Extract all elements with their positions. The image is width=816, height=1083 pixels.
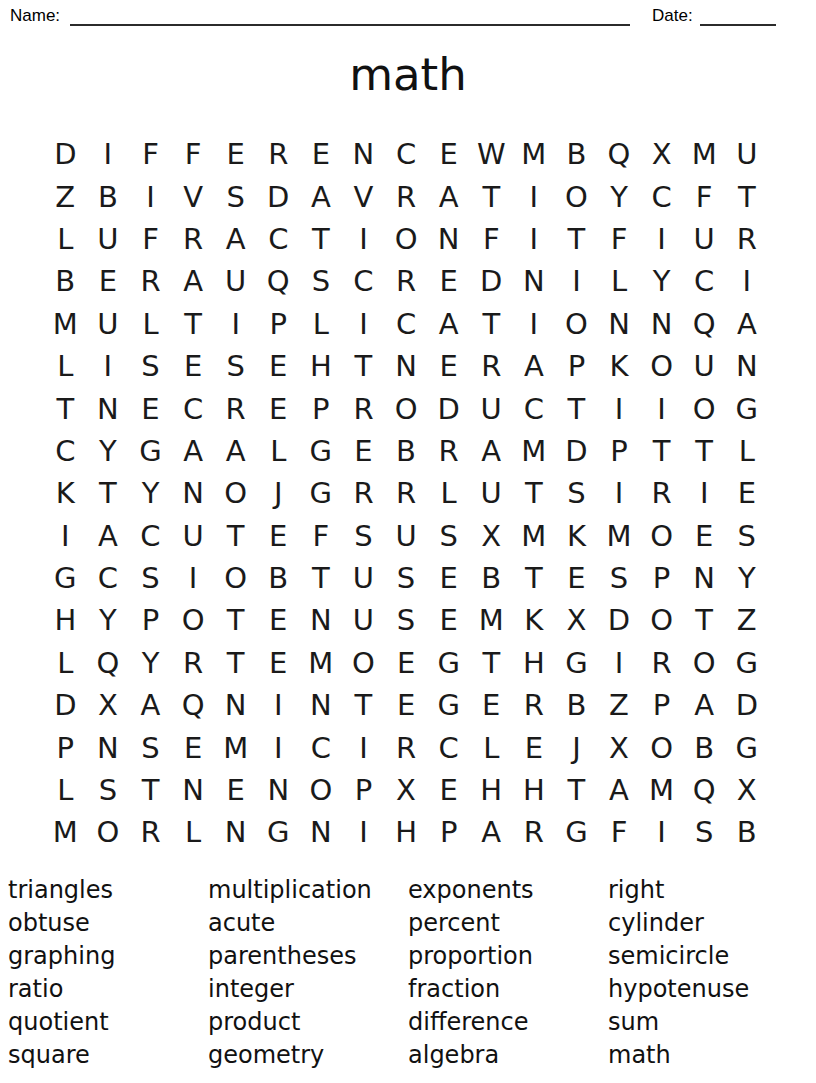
grid-cell-r1c5: E <box>214 133 257 175</box>
grid-cell-r8c4: A <box>172 430 215 472</box>
grid-cell-r5c17: A <box>726 303 769 345</box>
grid-cell-r1c11: W <box>470 133 513 175</box>
grid-cell-r12c4: O <box>172 599 215 641</box>
grid-cell-r9c12: T <box>513 472 556 514</box>
grid-cell-r14c9: E <box>385 684 428 726</box>
grid-cell-r8c9: B <box>385 430 428 472</box>
grid-cell-r16c11: H <box>470 769 513 811</box>
name-blank-line <box>70 8 630 26</box>
grid-cell-r3c1: L <box>44 218 87 260</box>
word-ratio: ratio <box>8 973 115 1006</box>
grid-cell-r7c5: R <box>214 387 257 429</box>
word-multiplication: multiplication <box>208 874 372 907</box>
grid-cell-r2c3: I <box>129 175 172 217</box>
grid-cell-r6c4: E <box>172 345 215 387</box>
grid-cell-r5c13: O <box>555 303 598 345</box>
grid-cell-r5c15: N <box>640 303 683 345</box>
grid-cell-r8c6: L <box>257 430 300 472</box>
grid-cell-r6c14: K <box>598 345 641 387</box>
grid-cell-r6c17: N <box>726 345 769 387</box>
grid-cell-r6c9: N <box>385 345 428 387</box>
grid-cell-r5c16: Q <box>683 303 726 345</box>
grid-cell-r3c6: C <box>257 218 300 260</box>
grid-cell-r4c4: A <box>172 260 215 302</box>
date-blank-line <box>700 8 776 26</box>
grid-cell-r4c13: I <box>555 260 598 302</box>
grid-cell-r16c5: E <box>214 769 257 811</box>
grid-cell-r10c9: U <box>385 515 428 557</box>
grid-cell-r2c1: Z <box>44 175 87 217</box>
grid-cell-r16c4: N <box>172 769 215 811</box>
word-obtuse: obtuse <box>8 907 115 940</box>
word-right: right <box>608 874 749 907</box>
grid-cell-r1c14: Q <box>598 133 641 175</box>
grid-cell-r13c15: R <box>640 642 683 684</box>
grid-cell-r13c2: Q <box>87 642 130 684</box>
grid-cell-r13c9: E <box>385 642 428 684</box>
grid-cell-r12c15: O <box>640 599 683 641</box>
grid-cell-r10c17: S <box>726 515 769 557</box>
grid-cell-r7c12: C <box>513 387 556 429</box>
word-triangles: triangles <box>8 874 115 907</box>
grid-cell-r4c5: U <box>214 260 257 302</box>
grid-cell-r3c7: T <box>300 218 343 260</box>
grid-cell-r5c9: C <box>385 303 428 345</box>
grid-cell-r9c9: R <box>385 472 428 514</box>
grid-cell-r10c7: F <box>300 515 343 557</box>
grid-cell-r2c10: A <box>427 175 470 217</box>
grid-cell-r15c2: N <box>87 726 130 768</box>
grid-cell-r9c5: O <box>214 472 257 514</box>
grid-cell-r5c1: M <box>44 303 87 345</box>
grid-cell-r7c13: T <box>555 387 598 429</box>
grid-cell-r15c15: O <box>640 726 683 768</box>
grid-cell-r3c14: F <box>598 218 641 260</box>
grid-cell-r8c17: L <box>726 430 769 472</box>
grid-cell-r7c16: O <box>683 387 726 429</box>
grid-cell-r11c9: S <box>385 557 428 599</box>
grid-cell-r6c15: O <box>640 345 683 387</box>
grid-cell-r9c15: R <box>640 472 683 514</box>
grid-cell-r16c15: M <box>640 769 683 811</box>
grid-cell-r17c15: I <box>640 811 683 853</box>
grid-cell-r6c12: A <box>513 345 556 387</box>
grid-cell-r7c11: U <box>470 387 513 429</box>
grid-cell-r6c8: T <box>342 345 385 387</box>
grid-cell-r9c3: Y <box>129 472 172 514</box>
grid-cell-r4c2: E <box>87 260 130 302</box>
grid-cell-r15c11: L <box>470 726 513 768</box>
grid-cell-r10c2: A <box>87 515 130 557</box>
grid-cell-r1c9: C <box>385 133 428 175</box>
grid-cell-r10c10: S <box>427 515 470 557</box>
grid-cell-r11c7: T <box>300 557 343 599</box>
grid-cell-r5c10: A <box>427 303 470 345</box>
grid-cell-r2c7: A <box>300 175 343 217</box>
grid-cell-r5c8: I <box>342 303 385 345</box>
grid-cell-r15c1: P <box>44 726 87 768</box>
grid-cell-r12c5: T <box>214 599 257 641</box>
grid-cell-r13c7: M <box>300 642 343 684</box>
grid-cell-r17c17: B <box>726 811 769 853</box>
grid-cell-r12c13: X <box>555 599 598 641</box>
grid-cell-r7c15: I <box>640 387 683 429</box>
word-list: trianglesobtusegraphingratioquotientsqua… <box>0 874 816 1074</box>
grid-cell-r1c8: N <box>342 133 385 175</box>
grid-cell-r3c15: I <box>640 218 683 260</box>
grid-cell-r2c8: V <box>342 175 385 217</box>
grid-cell-r4c3: R <box>129 260 172 302</box>
grid-cell-r16c9: X <box>385 769 428 811</box>
grid-cell-r11c1: G <box>44 557 87 599</box>
grid-cell-r11c11: B <box>470 557 513 599</box>
grid-cell-r4c8: C <box>342 260 385 302</box>
grid-cell-r1c2: I <box>87 133 130 175</box>
grid-cell-r13c11: T <box>470 642 513 684</box>
grid-cell-r15c16: B <box>683 726 726 768</box>
grid-cell-r6c10: E <box>427 345 470 387</box>
grid-cell-r3c12: I <box>513 218 556 260</box>
grid-cell-r16c17: X <box>726 769 769 811</box>
grid-cell-r14c5: N <box>214 684 257 726</box>
grid-cell-r8c3: G <box>129 430 172 472</box>
grid-cell-r6c3: S <box>129 345 172 387</box>
grid-cell-r15c12: E <box>513 726 556 768</box>
grid-cell-r6c6: E <box>257 345 300 387</box>
grid-cell-r15c17: G <box>726 726 769 768</box>
grid-cell-r16c2: S <box>87 769 130 811</box>
grid-cell-r3c13: T <box>555 218 598 260</box>
grid-cell-r4c16: C <box>683 260 726 302</box>
grid-cell-r10c8: S <box>342 515 385 557</box>
grid-cell-r2c15: C <box>640 175 683 217</box>
grid-cell-r16c12: H <box>513 769 556 811</box>
grid-cell-r5c14: N <box>598 303 641 345</box>
grid-cell-r7c3: E <box>129 387 172 429</box>
grid-cell-r1c13: B <box>555 133 598 175</box>
grid-cell-r8c5: A <box>214 430 257 472</box>
grid-cell-r8c15: T <box>640 430 683 472</box>
grid-cell-r9c7: G <box>300 472 343 514</box>
grid-cell-r9c2: T <box>87 472 130 514</box>
grid-cell-r8c16: T <box>683 430 726 472</box>
grid-cell-r4c9: R <box>385 260 428 302</box>
grid-cell-r1c6: R <box>257 133 300 175</box>
grid-cell-r9c17: E <box>726 472 769 514</box>
grid-cell-r14c2: X <box>87 684 130 726</box>
grid-cell-r2c9: R <box>385 175 428 217</box>
grid-cell-r13c13: G <box>555 642 598 684</box>
grid-cell-r2c14: Y <box>598 175 641 217</box>
grid-cell-r8c2: Y <box>87 430 130 472</box>
word-hypotenuse: hypotenuse <box>608 973 749 1006</box>
grid-cell-r7c17: G <box>726 387 769 429</box>
grid-cell-r10c6: E <box>257 515 300 557</box>
grid-cell-r3c11: F <box>470 218 513 260</box>
date-label: Date: <box>652 6 693 26</box>
grid-cell-r16c13: T <box>555 769 598 811</box>
grid-cell-r7c7: P <box>300 387 343 429</box>
grid-cell-r5c3: L <box>129 303 172 345</box>
grid-cell-r1c17: U <box>726 133 769 175</box>
grid-cell-r2c17: T <box>726 175 769 217</box>
grid-cell-r8c1: C <box>44 430 87 472</box>
grid-cell-r9c10: L <box>427 472 470 514</box>
grid-cell-r2c4: V <box>172 175 215 217</box>
grid-cell-r13c6: E <box>257 642 300 684</box>
grid-cell-r6c2: I <box>87 345 130 387</box>
grid-cell-r10c15: O <box>640 515 683 557</box>
grid-cell-r3c5: A <box>214 218 257 260</box>
grid-cell-r3c10: N <box>427 218 470 260</box>
grid-cell-r10c5: T <box>214 515 257 557</box>
word-sum: sum <box>608 1006 749 1039</box>
grid-cell-r17c6: G <box>257 811 300 853</box>
grid-cell-r12c2: Y <box>87 599 130 641</box>
word-quotient: quotient <box>8 1006 115 1039</box>
grid-cell-r10c16: E <box>683 515 726 557</box>
grid-cell-r14c6: I <box>257 684 300 726</box>
grid-cell-r9c11: U <box>470 472 513 514</box>
grid-cell-r2c6: D <box>257 175 300 217</box>
grid-cell-r10c3: C <box>129 515 172 557</box>
grid-cell-r9c14: I <box>598 472 641 514</box>
grid-cell-r14c16: A <box>683 684 726 726</box>
name-label: Name: <box>10 6 60 26</box>
grid-cell-r14c7: N <box>300 684 343 726</box>
grid-cell-r4c7: S <box>300 260 343 302</box>
grid-cell-r3c16: U <box>683 218 726 260</box>
grid-cell-r17c5: N <box>214 811 257 853</box>
grid-cell-r5c11: T <box>470 303 513 345</box>
grid-cell-r17c12: R <box>513 811 556 853</box>
grid-cell-r5c7: L <box>300 303 343 345</box>
grid-cell-r1c7: E <box>300 133 343 175</box>
grid-cell-r16c14: A <box>598 769 641 811</box>
word-search-grid: DIFFERENCEWMBQXMUZBIVSDAVRATIOYCFTLUFRAC… <box>44 133 768 854</box>
grid-cell-r17c7: N <box>300 811 343 853</box>
grid-cell-r1c10: E <box>427 133 470 175</box>
word-list-column-3: exponentspercentproportionfractiondiffer… <box>408 874 534 1072</box>
word-semicircle: semicircle <box>608 940 749 973</box>
worksheet-page: Name: Date: math DIFFERENCEWMBQXMUZBIVSD… <box>0 0 816 1083</box>
grid-cell-r11c4: I <box>172 557 215 599</box>
grid-cell-r6c7: H <box>300 345 343 387</box>
grid-cell-r5c6: P <box>257 303 300 345</box>
grid-cell-r14c15: P <box>640 684 683 726</box>
grid-cell-r14c11: E <box>470 684 513 726</box>
word-geometry: geometry <box>208 1039 372 1072</box>
grid-cell-r8c11: A <box>470 430 513 472</box>
grid-cell-r3c17: R <box>726 218 769 260</box>
grid-cell-r14c17: D <box>726 684 769 726</box>
grid-cell-r12c9: S <box>385 599 428 641</box>
grid-cell-r2c13: O <box>555 175 598 217</box>
grid-cell-r5c12: I <box>513 303 556 345</box>
grid-cell-r7c9: O <box>385 387 428 429</box>
grid-cell-r14c3: A <box>129 684 172 726</box>
grid-cell-r12c16: T <box>683 599 726 641</box>
grid-cell-r1c12: M <box>513 133 556 175</box>
grid-cell-r12c14: D <box>598 599 641 641</box>
grid-cell-r6c11: R <box>470 345 513 387</box>
grid-cell-r8c12: M <box>513 430 556 472</box>
grid-cell-r2c2: B <box>87 175 130 217</box>
grid-cell-r15c13: J <box>555 726 598 768</box>
grid-cell-r1c15: X <box>640 133 683 175</box>
grid-cell-r14c8: T <box>342 684 385 726</box>
grid-cell-r8c13: D <box>555 430 598 472</box>
grid-cell-r16c1: L <box>44 769 87 811</box>
grid-cell-r2c5: S <box>214 175 257 217</box>
word-list-column-2: multiplicationacuteparenthesesintegerpro… <box>208 874 372 1072</box>
grid-cell-r11c2: C <box>87 557 130 599</box>
grid-cell-r14c13: B <box>555 684 598 726</box>
grid-cell-r4c15: Y <box>640 260 683 302</box>
grid-cell-r9c13: S <box>555 472 598 514</box>
grid-cell-r10c13: K <box>555 515 598 557</box>
grid-cell-r17c3: R <box>129 811 172 853</box>
grid-cell-r7c8: R <box>342 387 385 429</box>
grid-cell-r5c2: U <box>87 303 130 345</box>
grid-cell-r10c1: I <box>44 515 87 557</box>
grid-cell-r17c13: G <box>555 811 598 853</box>
grid-cell-r17c4: L <box>172 811 215 853</box>
grid-cell-r16c16: Q <box>683 769 726 811</box>
grid-cell-r8c10: R <box>427 430 470 472</box>
grid-cell-r17c11: A <box>470 811 513 853</box>
grid-cell-r8c14: P <box>598 430 641 472</box>
grid-cell-r11c13: E <box>555 557 598 599</box>
word-product: product <box>208 1006 372 1039</box>
grid-cell-r4c1: B <box>44 260 87 302</box>
grid-cell-r1c3: F <box>129 133 172 175</box>
grid-cell-r7c6: E <box>257 387 300 429</box>
grid-cell-r17c9: H <box>385 811 428 853</box>
grid-cell-r6c5: S <box>214 345 257 387</box>
word-cylinder: cylinder <box>608 907 749 940</box>
grid-cell-r16c8: P <box>342 769 385 811</box>
grid-cell-r13c5: T <box>214 642 257 684</box>
grid-cell-r13c17: G <box>726 642 769 684</box>
grid-cell-r11c15: P <box>640 557 683 599</box>
grid-cell-r9c6: J <box>257 472 300 514</box>
grid-cell-r12c10: E <box>427 599 470 641</box>
grid-cell-r17c8: I <box>342 811 385 853</box>
grid-cell-r12c1: H <box>44 599 87 641</box>
grid-cell-r11c17: Y <box>726 557 769 599</box>
word-percent: percent <box>408 907 534 940</box>
word-square: square <box>8 1039 115 1072</box>
grid-cell-r3c3: F <box>129 218 172 260</box>
word-parentheses: parentheses <box>208 940 372 973</box>
word-exponents: exponents <box>408 874 534 907</box>
grid-cell-r4c6: Q <box>257 260 300 302</box>
grid-cell-r5c4: T <box>172 303 215 345</box>
grid-cell-r9c8: R <box>342 472 385 514</box>
word-math: math <box>608 1039 749 1072</box>
grid-cell-r2c12: I <box>513 175 556 217</box>
grid-cell-r6c1: L <box>44 345 87 387</box>
grid-cell-r7c1: T <box>44 387 87 429</box>
grid-cell-r15c9: R <box>385 726 428 768</box>
grid-cell-r14c1: D <box>44 684 87 726</box>
grid-cell-r16c7: O <box>300 769 343 811</box>
grid-cell-r8c8: E <box>342 430 385 472</box>
grid-cell-r10c11: X <box>470 515 513 557</box>
word-algebra: algebra <box>408 1039 534 1072</box>
grid-cell-r14c10: G <box>427 684 470 726</box>
word-integer: integer <box>208 973 372 1006</box>
grid-cell-r17c1: M <box>44 811 87 853</box>
grid-cell-r13c16: O <box>683 642 726 684</box>
grid-cell-r15c4: E <box>172 726 215 768</box>
word-acute: acute <box>208 907 372 940</box>
word-fraction: fraction <box>408 973 534 1006</box>
word-proportion: proportion <box>408 940 534 973</box>
grid-cell-r11c8: U <box>342 557 385 599</box>
grid-cell-r11c12: T <box>513 557 556 599</box>
grid-cell-r14c4: Q <box>172 684 215 726</box>
grid-cell-r13c3: Y <box>129 642 172 684</box>
grid-cell-r7c2: N <box>87 387 130 429</box>
grid-cell-r15c7: C <box>300 726 343 768</box>
grid-cell-r9c1: K <box>44 472 87 514</box>
grid-cell-r12c17: Z <box>726 599 769 641</box>
grid-cell-r15c10: C <box>427 726 470 768</box>
grid-cell-r11c5: O <box>214 557 257 599</box>
grid-cell-r7c10: D <box>427 387 470 429</box>
grid-cell-r12c7: N <box>300 599 343 641</box>
grid-cell-r13c14: I <box>598 642 641 684</box>
grid-cell-r17c16: S <box>683 811 726 853</box>
grid-cell-r4c17: I <box>726 260 769 302</box>
grid-cell-r5c5: I <box>214 303 257 345</box>
grid-cell-r2c11: T <box>470 175 513 217</box>
grid-cell-r13c12: H <box>513 642 556 684</box>
grid-cell-r11c14: S <box>598 557 641 599</box>
grid-cell-r11c10: E <box>427 557 470 599</box>
grid-cell-r10c4: U <box>172 515 215 557</box>
grid-cell-r12c8: U <box>342 599 385 641</box>
grid-cell-r11c6: B <box>257 557 300 599</box>
grid-cell-r4c11: D <box>470 260 513 302</box>
grid-cell-r9c16: I <box>683 472 726 514</box>
grid-cell-r17c14: F <box>598 811 641 853</box>
grid-cell-r10c14: M <box>598 515 641 557</box>
grid-cell-r1c1: D <box>44 133 87 175</box>
puzzle-title: math <box>0 48 816 101</box>
grid-cell-r12c11: M <box>470 599 513 641</box>
grid-cell-r14c12: R <box>513 684 556 726</box>
word-graphing: graphing <box>8 940 115 973</box>
grid-cell-r15c6: I <box>257 726 300 768</box>
grid-cell-r14c14: Z <box>598 684 641 726</box>
grid-cell-r15c8: I <box>342 726 385 768</box>
grid-cell-r13c4: R <box>172 642 215 684</box>
grid-cell-r13c8: O <box>342 642 385 684</box>
grid-cell-r3c8: I <box>342 218 385 260</box>
grid-cell-r1c16: M <box>683 133 726 175</box>
grid-cell-r6c16: U <box>683 345 726 387</box>
word-list-column-1: trianglesobtusegraphingratioquotientsqua… <box>8 874 115 1072</box>
grid-cell-r16c3: T <box>129 769 172 811</box>
grid-cell-r12c6: E <box>257 599 300 641</box>
grid-cell-r11c3: S <box>129 557 172 599</box>
grid-cell-r16c6: N <box>257 769 300 811</box>
grid-cell-r16c10: E <box>427 769 470 811</box>
grid-cell-r12c3: P <box>129 599 172 641</box>
